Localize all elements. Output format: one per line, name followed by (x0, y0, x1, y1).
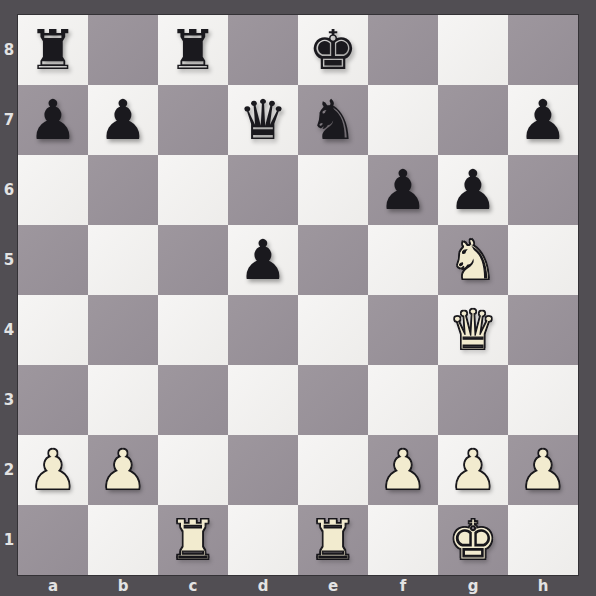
square-h4[interactable] (508, 295, 578, 365)
square-h7[interactable]: ♟ (508, 85, 578, 155)
square-e4[interactable] (298, 295, 368, 365)
square-a2[interactable]: ♟ (18, 435, 88, 505)
rank-label-6: 6 (0, 155, 18, 225)
piece-black-rook-a8[interactable]: ♜ (18, 15, 88, 85)
square-f6[interactable]: ♟ (368, 155, 438, 225)
square-e8[interactable]: ♚ (298, 15, 368, 85)
file-label-d: d (228, 575, 298, 596)
square-a8[interactable]: ♜ (18, 15, 88, 85)
square-e2[interactable] (298, 435, 368, 505)
square-e5[interactable] (298, 225, 368, 295)
square-b8[interactable] (88, 15, 158, 85)
square-e7[interactable]: ♞ (298, 85, 368, 155)
square-c4[interactable] (158, 295, 228, 365)
file-label-e: e (298, 575, 368, 596)
square-b7[interactable]: ♟ (88, 85, 158, 155)
rank-label-1: 1 (0, 505, 18, 575)
chess-board: ♜♜♚♟♟♛♞♟♟♟♟♞♛♟♟♟♟♟♜♜♚ (18, 15, 578, 575)
piece-black-pawn-b7[interactable]: ♟ (88, 85, 158, 155)
square-a7[interactable]: ♟ (18, 85, 88, 155)
piece-black-king-e8[interactable]: ♚ (298, 15, 368, 85)
square-h8[interactable] (508, 15, 578, 85)
rank-label-7: 7 (0, 85, 18, 155)
square-b5[interactable] (88, 225, 158, 295)
square-g3[interactable] (438, 365, 508, 435)
square-h1[interactable] (508, 505, 578, 575)
piece-black-rook-c8[interactable]: ♜ (158, 15, 228, 85)
file-labels: abcdefgh (18, 575, 578, 596)
chessboard-frame: 87654321 abcdefgh ♜♜♚♟♟♛♞♟♟♟♟♞♛♟♟♟♟♟♜♜♚ (0, 0, 596, 596)
square-c6[interactable] (158, 155, 228, 225)
piece-black-pawn-a7[interactable]: ♟ (18, 85, 88, 155)
square-a1[interactable] (18, 505, 88, 575)
square-c1[interactable]: ♜ (158, 505, 228, 575)
rank-labels: 87654321 (0, 15, 18, 575)
piece-white-pawn-b2[interactable]: ♟ (88, 435, 158, 505)
piece-white-pawn-g2[interactable]: ♟ (438, 435, 508, 505)
piece-black-pawn-h7[interactable]: ♟ (508, 85, 578, 155)
square-c2[interactable] (158, 435, 228, 505)
piece-white-knight-g5[interactable]: ♞ (438, 225, 508, 295)
piece-white-pawn-h2[interactable]: ♟ (508, 435, 578, 505)
square-h2[interactable]: ♟ (508, 435, 578, 505)
piece-white-rook-c1[interactable]: ♜ (158, 505, 228, 575)
piece-black-knight-e7[interactable]: ♞ (298, 85, 368, 155)
file-label-b: b (88, 575, 158, 596)
square-a3[interactable] (18, 365, 88, 435)
square-g2[interactable]: ♟ (438, 435, 508, 505)
square-a4[interactable] (18, 295, 88, 365)
square-c7[interactable] (158, 85, 228, 155)
square-d8[interactable] (228, 15, 298, 85)
piece-white-rook-e1[interactable]: ♜ (298, 505, 368, 575)
square-e1[interactable]: ♜ (298, 505, 368, 575)
square-c5[interactable] (158, 225, 228, 295)
square-g6[interactable]: ♟ (438, 155, 508, 225)
square-b2[interactable]: ♟ (88, 435, 158, 505)
square-f5[interactable] (368, 225, 438, 295)
square-b4[interactable] (88, 295, 158, 365)
piece-black-pawn-g6[interactable]: ♟ (438, 155, 508, 225)
square-h3[interactable] (508, 365, 578, 435)
piece-black-pawn-f6[interactable]: ♟ (368, 155, 438, 225)
file-label-f: f (368, 575, 438, 596)
piece-white-king-g1[interactable]: ♚ (438, 505, 508, 575)
square-g8[interactable] (438, 15, 508, 85)
piece-black-pawn-d5[interactable]: ♟ (228, 225, 298, 295)
square-h6[interactable] (508, 155, 578, 225)
square-d3[interactable] (228, 365, 298, 435)
square-e3[interactable] (298, 365, 368, 435)
square-g5[interactable]: ♞ (438, 225, 508, 295)
file-label-c: c (158, 575, 228, 596)
square-h5[interactable] (508, 225, 578, 295)
square-d7[interactable]: ♛ (228, 85, 298, 155)
piece-white-pawn-f2[interactable]: ♟ (368, 435, 438, 505)
square-d1[interactable] (228, 505, 298, 575)
square-f2[interactable]: ♟ (368, 435, 438, 505)
square-d2[interactable] (228, 435, 298, 505)
square-c8[interactable]: ♜ (158, 15, 228, 85)
square-f3[interactable] (368, 365, 438, 435)
square-f7[interactable] (368, 85, 438, 155)
square-a6[interactable] (18, 155, 88, 225)
square-g1[interactable]: ♚ (438, 505, 508, 575)
file-label-a: a (18, 575, 88, 596)
piece-white-pawn-a2[interactable]: ♟ (18, 435, 88, 505)
rank-label-8: 8 (0, 15, 18, 85)
square-f4[interactable] (368, 295, 438, 365)
square-b1[interactable] (88, 505, 158, 575)
square-d6[interactable] (228, 155, 298, 225)
square-d5[interactable]: ♟ (228, 225, 298, 295)
rank-label-2: 2 (0, 435, 18, 505)
square-f1[interactable] (368, 505, 438, 575)
square-c3[interactable] (158, 365, 228, 435)
square-a5[interactable] (18, 225, 88, 295)
square-b3[interactable] (88, 365, 158, 435)
square-d4[interactable] (228, 295, 298, 365)
square-g4[interactable]: ♛ (438, 295, 508, 365)
piece-black-queen-d7[interactable]: ♛ (228, 85, 298, 155)
square-f8[interactable] (368, 15, 438, 85)
file-label-h: h (508, 575, 578, 596)
rank-label-4: 4 (0, 295, 18, 365)
square-e6[interactable] (298, 155, 368, 225)
piece-white-queen-g4[interactable]: ♛ (438, 295, 508, 365)
file-label-g: g (438, 575, 508, 596)
square-b6[interactable] (88, 155, 158, 225)
rank-label-3: 3 (0, 365, 18, 435)
rank-label-5: 5 (0, 225, 18, 295)
square-g7[interactable] (438, 85, 508, 155)
